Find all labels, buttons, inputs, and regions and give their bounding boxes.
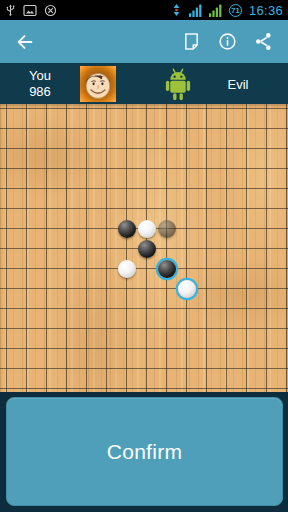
- page-button[interactable]: [176, 24, 206, 60]
- board-cell[interactable]: [17, 259, 37, 279]
- board-cell[interactable]: [0, 139, 17, 159]
- board-cell[interactable]: [97, 239, 117, 259]
- board-cell[interactable]: [277, 319, 288, 339]
- board-cell[interactable]: [217, 319, 237, 339]
- board-cell[interactable]: [277, 379, 288, 392]
- board-cell[interactable]: [197, 259, 217, 279]
- player-you-avatar: [80, 66, 116, 102]
- white-stone: [118, 260, 136, 278]
- player-you-score: 986: [0, 84, 80, 100]
- board-cell[interactable]: [0, 279, 17, 299]
- board-cell[interactable]: [77, 199, 97, 219]
- board-cell[interactable]: [137, 239, 157, 259]
- board-cell[interactable]: [237, 119, 257, 139]
- board-cell[interactable]: [77, 279, 97, 299]
- board-cell[interactable]: [77, 299, 97, 319]
- board-cell[interactable]: [77, 139, 97, 159]
- board-cell[interactable]: [217, 299, 237, 319]
- board-cell[interactable]: [37, 259, 57, 279]
- black-stone: [118, 220, 136, 238]
- board-cell[interactable]: [37, 299, 57, 319]
- board-cell[interactable]: [97, 319, 117, 339]
- board-cell[interactable]: [157, 199, 177, 219]
- board-cell[interactable]: [117, 319, 137, 339]
- board-cell[interactable]: [17, 339, 37, 359]
- board-cell[interactable]: [257, 379, 277, 392]
- board-cell[interactable]: [37, 319, 57, 339]
- board-cell[interactable]: [257, 239, 277, 259]
- board-cell[interactable]: [197, 359, 217, 379]
- board-cell[interactable]: [277, 279, 288, 299]
- board-cell[interactable]: [277, 199, 288, 219]
- board-cell[interactable]: [137, 379, 157, 392]
- board-cell[interactable]: [177, 339, 197, 359]
- board-cell[interactable]: [177, 179, 197, 199]
- board-cell[interactable]: [137, 319, 157, 339]
- board-cell[interactable]: [257, 219, 277, 239]
- board-cell[interactable]: [97, 299, 117, 319]
- board-cell[interactable]: [37, 104, 57, 119]
- board-cell[interactable]: [57, 259, 77, 279]
- board-cell[interactable]: [37, 359, 57, 379]
- board-cell[interactable]: [217, 179, 237, 199]
- status-bar: 71 16:36: [0, 0, 288, 20]
- board-cell[interactable]: [97, 359, 117, 379]
- board-cell[interactable]: [177, 379, 197, 392]
- board-cell[interactable]: [257, 159, 277, 179]
- board-cell[interactable]: [117, 339, 137, 359]
- board-cell[interactable]: [177, 319, 197, 339]
- board-cell[interactable]: [237, 179, 257, 199]
- board-cell[interactable]: [77, 379, 97, 392]
- board-cell[interactable]: [157, 279, 177, 299]
- board-cell[interactable]: [57, 179, 77, 199]
- board-cell[interactable]: [57, 139, 77, 159]
- board-cell[interactable]: [17, 139, 37, 159]
- player-opponent-name: Evil: [228, 76, 249, 91]
- board-cell[interactable]: [17, 299, 37, 319]
- board-cell[interactable]: [117, 379, 137, 392]
- board-cell[interactable]: [17, 179, 37, 199]
- gomoku-board: [0, 104, 288, 392]
- board-cell[interactable]: [197, 279, 217, 299]
- board-cell[interactable]: [97, 219, 117, 239]
- board-cell[interactable]: [0, 339, 17, 359]
- board-cell[interactable]: [217, 104, 237, 119]
- board-cell[interactable]: [257, 104, 277, 119]
- board-cell[interactable]: [37, 179, 57, 199]
- board-cell[interactable]: [0, 319, 17, 339]
- black-stone-last-move: [158, 260, 176, 278]
- board-cell[interactable]: [277, 119, 288, 139]
- board-cell[interactable]: [277, 359, 288, 379]
- board-cell[interactable]: [77, 359, 97, 379]
- board-cell[interactable]: [97, 104, 117, 119]
- board-cell[interactable]: [137, 119, 157, 139]
- board-cell[interactable]: [237, 199, 257, 219]
- board-cell[interactable]: [97, 259, 117, 279]
- board-cell[interactable]: [37, 119, 57, 139]
- board-cell[interactable]: [77, 239, 97, 259]
- board-cell[interactable]: [157, 119, 177, 139]
- board-cell[interactable]: [137, 159, 157, 179]
- board-cell[interactable]: [97, 199, 117, 219]
- board-cell[interactable]: [217, 159, 237, 179]
- gomoku-app: 71 16:36: [0, 0, 288, 512]
- board-cell[interactable]: [197, 299, 217, 319]
- white-stone: [138, 220, 156, 238]
- board-cell[interactable]: [257, 299, 277, 319]
- board-cell[interactable]: [17, 159, 37, 179]
- battery-level-badge: 71: [229, 4, 242, 17]
- board-cell[interactable]: [57, 219, 77, 239]
- board-cell[interactable]: [37, 159, 57, 179]
- board-cell[interactable]: [77, 159, 97, 179]
- board-cell[interactable]: [277, 339, 288, 359]
- board-cell[interactable]: [237, 279, 257, 299]
- board-cell[interactable]: [117, 299, 137, 319]
- board-cell[interactable]: [217, 239, 237, 259]
- board-cell[interactable]: [177, 119, 197, 139]
- board-cell[interactable]: [237, 299, 257, 319]
- board-cell[interactable]: [0, 199, 17, 219]
- board-cell[interactable]: [217, 339, 237, 359]
- board-cell[interactable]: [0, 359, 17, 379]
- board-cell[interactable]: [57, 119, 77, 139]
- board-cell[interactable]: [77, 259, 97, 279]
- board-cell[interactable]: [237, 104, 257, 119]
- board-cell[interactable]: [0, 239, 17, 259]
- board-cell[interactable]: [217, 199, 237, 219]
- board-cell[interactable]: [117, 179, 137, 199]
- board-cell[interactable]: [37, 379, 57, 392]
- board-cell[interactable]: [117, 239, 137, 259]
- board-cell[interactable]: [157, 139, 177, 159]
- board-cell[interactable]: [137, 299, 157, 319]
- board-cell[interactable]: [0, 159, 17, 179]
- board-cell[interactable]: [77, 219, 97, 239]
- board-cell[interactable]: [37, 219, 57, 239]
- board-cell[interactable]: [257, 119, 277, 139]
- board-cell[interactable]: [257, 179, 277, 199]
- back-arrow-icon: [14, 31, 36, 53]
- board-cell[interactable]: [137, 259, 157, 279]
- board-cell[interactable]: [177, 139, 197, 159]
- board-cell[interactable]: [0, 259, 17, 279]
- board-cell[interactable]: [257, 139, 277, 159]
- board-cell[interactable]: [197, 104, 217, 119]
- confirm-button[interactable]: Confirm: [6, 397, 283, 506]
- board-cell[interactable]: [117, 159, 137, 179]
- player-you: You 986: [0, 67, 80, 100]
- board-cell[interactable]: [157, 259, 177, 279]
- board-cell[interactable]: [97, 339, 117, 359]
- board-cell[interactable]: [177, 299, 197, 319]
- board-cell[interactable]: [57, 239, 77, 259]
- board-cell[interactable]: [217, 219, 237, 239]
- board-cell[interactable]: [77, 104, 97, 119]
- board-cell[interactable]: [217, 359, 237, 379]
- board-cell[interactable]: [137, 139, 157, 159]
- board-cell[interactable]: [77, 179, 97, 199]
- board-cell[interactable]: [117, 199, 137, 219]
- back-button[interactable]: [10, 24, 40, 60]
- board-cell[interactable]: [157, 219, 177, 239]
- board-cell[interactable]: [197, 139, 217, 159]
- board-cell[interactable]: [237, 259, 257, 279]
- black-stone: [138, 240, 156, 258]
- board-cell[interactable]: [257, 319, 277, 339]
- board-cell[interactable]: [197, 159, 217, 179]
- board-cell[interactable]: [257, 339, 277, 359]
- board-cell[interactable]: [177, 104, 197, 119]
- board-cell[interactable]: [197, 179, 217, 199]
- board-cell[interactable]: [217, 279, 237, 299]
- board-cell[interactable]: [117, 259, 137, 279]
- board-cell[interactable]: [17, 359, 37, 379]
- board-cell[interactable]: [257, 199, 277, 219]
- board-cell[interactable]: [77, 119, 97, 139]
- screenshot-icon: [23, 4, 37, 17]
- board-cell[interactable]: [197, 239, 217, 259]
- board-cell[interactable]: [0, 104, 17, 119]
- board-cell[interactable]: [117, 219, 137, 239]
- board-cell[interactable]: [117, 279, 137, 299]
- board-cell[interactable]: [237, 379, 257, 392]
- board-cell[interactable]: [257, 279, 277, 299]
- board-cell[interactable]: [97, 119, 117, 139]
- board-cell[interactable]: [157, 339, 177, 359]
- board-cell[interactable]: [277, 159, 288, 179]
- board-cell[interactable]: [137, 104, 157, 119]
- board-cell[interactable]: [237, 219, 257, 239]
- board-cell[interactable]: [97, 379, 117, 392]
- player-you-name: You: [0, 67, 80, 83]
- board-cell[interactable]: [237, 359, 257, 379]
- board-cell[interactable]: [197, 319, 217, 339]
- board-cell[interactable]: [17, 279, 37, 299]
- network-activity-icon: [171, 3, 182, 17]
- board-cell[interactable]: [257, 359, 277, 379]
- board-cell[interactable]: [197, 119, 217, 139]
- board-cell[interactable]: [237, 139, 257, 159]
- board-grid: [0, 104, 288, 392]
- board-cell[interactable]: [97, 179, 117, 199]
- board-cell[interactable]: [237, 239, 257, 259]
- signal-sim1-icon: [189, 4, 202, 17]
- board-cell[interactable]: [157, 319, 177, 339]
- board-cell[interactable]: [17, 199, 37, 219]
- board-cell[interactable]: [77, 339, 97, 359]
- board-cell[interactable]: [197, 379, 217, 392]
- board-cell[interactable]: [77, 319, 97, 339]
- board-cell[interactable]: [157, 179, 177, 199]
- board-cell[interactable]: [177, 219, 197, 239]
- board-cell[interactable]: [17, 104, 37, 119]
- board-cell[interactable]: [157, 104, 177, 119]
- board-cell[interactable]: [137, 179, 157, 199]
- board-cell[interactable]: [217, 379, 237, 392]
- board-cell[interactable]: [257, 259, 277, 279]
- board-cell[interactable]: [277, 104, 288, 119]
- board-cell[interactable]: [37, 239, 57, 259]
- board-cell[interactable]: [137, 339, 157, 359]
- board-cell[interactable]: [157, 359, 177, 379]
- board-cell[interactable]: [277, 259, 288, 279]
- board-cell[interactable]: [137, 279, 157, 299]
- board-cell[interactable]: [137, 219, 157, 239]
- board-cell[interactable]: [97, 279, 117, 299]
- board-cell[interactable]: [37, 199, 57, 219]
- signal-sim2-icon: [209, 4, 222, 17]
- board-cell[interactable]: [157, 299, 177, 319]
- board-cell[interactable]: [57, 159, 77, 179]
- info-button[interactable]: [212, 24, 242, 60]
- board-cell[interactable]: [197, 219, 217, 239]
- board-cell[interactable]: [37, 279, 57, 299]
- status-time: 16:36: [249, 3, 283, 18]
- board-cell[interactable]: [57, 319, 77, 339]
- smiling-face-icon: [81, 67, 115, 101]
- page-icon: [181, 31, 202, 52]
- board-cell[interactable]: [57, 199, 77, 219]
- board-cell[interactable]: [17, 319, 37, 339]
- board-cell[interactable]: [0, 119, 17, 139]
- white-stone-last-move: [178, 280, 196, 298]
- board-cell[interactable]: [217, 139, 237, 159]
- board-cell[interactable]: [17, 219, 37, 239]
- board-cell[interactable]: [57, 359, 77, 379]
- share-icon: [253, 31, 274, 52]
- no-interruptions-icon: [44, 4, 57, 17]
- board-cell[interactable]: [277, 219, 288, 239]
- board-cell[interactable]: [237, 339, 257, 359]
- board-cell[interactable]: [157, 159, 177, 179]
- board-cell[interactable]: [57, 279, 77, 299]
- board-cell[interactable]: [177, 259, 197, 279]
- board-cell[interactable]: [177, 359, 197, 379]
- board-cell[interactable]: [197, 339, 217, 359]
- board-cell[interactable]: [117, 139, 137, 159]
- board-cell[interactable]: [57, 299, 77, 319]
- board-cell[interactable]: [177, 239, 197, 259]
- player-bar: You 986: [0, 63, 288, 104]
- board-cell[interactable]: [177, 159, 197, 179]
- board-cell[interactable]: [117, 359, 137, 379]
- board-cell[interactable]: [137, 199, 157, 219]
- board-cell[interactable]: [157, 379, 177, 392]
- pending-black-stone: [158, 220, 176, 238]
- board-cell[interactable]: [0, 179, 17, 199]
- board-cell[interactable]: [277, 179, 288, 199]
- share-button[interactable]: [248, 24, 278, 60]
- board-cell[interactable]: [177, 279, 197, 299]
- board-cell[interactable]: [237, 159, 257, 179]
- board-cell[interactable]: [57, 339, 77, 359]
- board-cell[interactable]: [37, 139, 57, 159]
- board-cell[interactable]: [17, 379, 37, 392]
- board-cell[interactable]: [177, 199, 197, 219]
- board-cell[interactable]: [57, 379, 77, 392]
- board-cell[interactable]: [117, 119, 137, 139]
- board-cell[interactable]: [277, 139, 288, 159]
- board-cell[interactable]: [217, 119, 237, 139]
- board-cell[interactable]: [17, 239, 37, 259]
- board-cell[interactable]: [277, 239, 288, 259]
- board-cell[interactable]: [157, 239, 177, 259]
- board-cell[interactable]: [197, 199, 217, 219]
- board-cell[interactable]: [0, 299, 17, 319]
- board-cell[interactable]: [0, 219, 17, 239]
- player-opponent: Evil: [188, 76, 288, 91]
- board-cell[interactable]: [117, 104, 137, 119]
- info-icon: [217, 31, 238, 52]
- board-cell[interactable]: [0, 379, 17, 392]
- board-cell[interactable]: [37, 339, 57, 359]
- board-cell[interactable]: [57, 104, 77, 119]
- board-cell[interactable]: [97, 159, 117, 179]
- toolbar: [0, 20, 288, 63]
- board-cell[interactable]: [137, 359, 157, 379]
- board-cell[interactable]: [237, 319, 257, 339]
- board-cell[interactable]: [217, 259, 237, 279]
- board-cell[interactable]: [97, 139, 117, 159]
- board-cell[interactable]: [17, 119, 37, 139]
- bottom-panel: Confirm: [0, 392, 288, 512]
- usb-icon: [5, 3, 16, 17]
- board-cell[interactable]: [277, 299, 288, 319]
